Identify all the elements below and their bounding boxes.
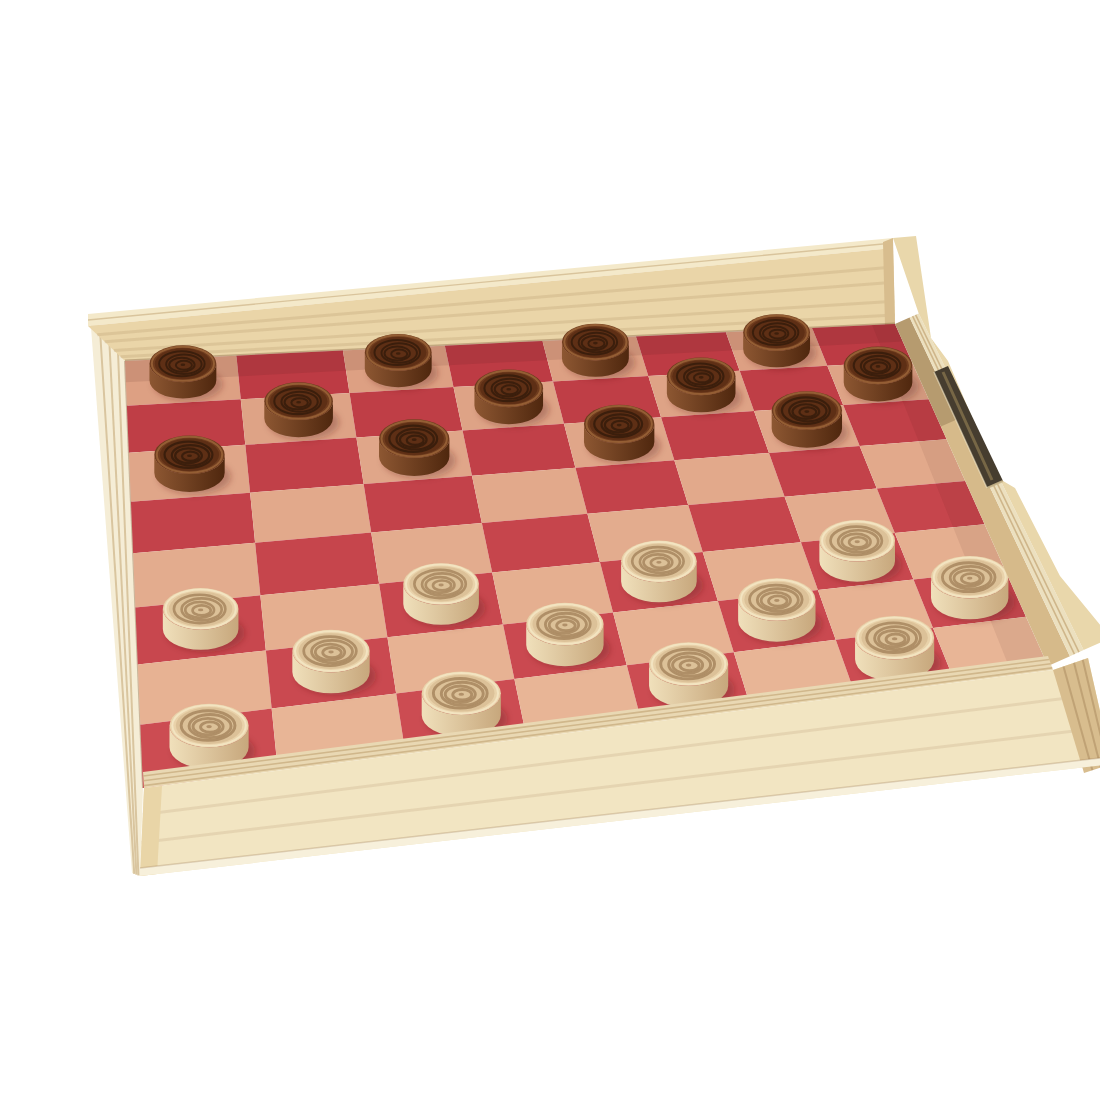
checker-ring-center	[459, 693, 465, 696]
checker-ring-center	[412, 438, 417, 441]
checker-ring-center	[506, 388, 511, 391]
checker-ring-center	[328, 651, 333, 654]
checker-ring-center	[206, 725, 212, 728]
checker-ring-center	[804, 410, 809, 413]
board-square-r4c7	[769, 446, 877, 497]
board-square-r4c4	[472, 468, 587, 523]
checker-ring-center	[774, 332, 779, 335]
board-square-r3c2	[245, 437, 363, 492]
board-square-r4c2	[250, 484, 371, 543]
checker-ring-center	[562, 624, 567, 627]
checker-ring-center	[892, 637, 898, 640]
board-square-r4c6	[674, 453, 784, 505]
board-square-r3c4	[463, 424, 576, 476]
checker-ring-center	[876, 365, 881, 368]
board-square-r5c6	[688, 497, 801, 552]
board-square-r4c5	[575, 460, 688, 514]
top-rail-end-grain	[883, 238, 895, 327]
checker-ring-center	[187, 454, 192, 457]
checker-ring-center	[593, 342, 598, 345]
checker-ring-center	[396, 352, 401, 355]
board-square-r3c6	[661, 411, 769, 460]
checker-ring-center	[774, 599, 779, 602]
checker-ring-center	[686, 664, 692, 667]
checker-ring-center	[181, 363, 186, 366]
scene-svg	[40, 16, 1100, 1100]
checker-ring-center	[296, 401, 301, 404]
checker-ring-center	[656, 561, 661, 564]
checker-ring-center	[855, 540, 860, 543]
checker-ring-center	[967, 577, 972, 580]
board-square-r4c3	[364, 476, 482, 533]
checker-ring-center	[699, 376, 704, 379]
checker-ring-center	[438, 583, 443, 586]
checker-ring-center	[617, 424, 622, 427]
checker-ring-center	[198, 608, 203, 611]
checkers-board-photo	[40, 16, 1100, 1100]
board-square-r4c1	[131, 493, 255, 554]
